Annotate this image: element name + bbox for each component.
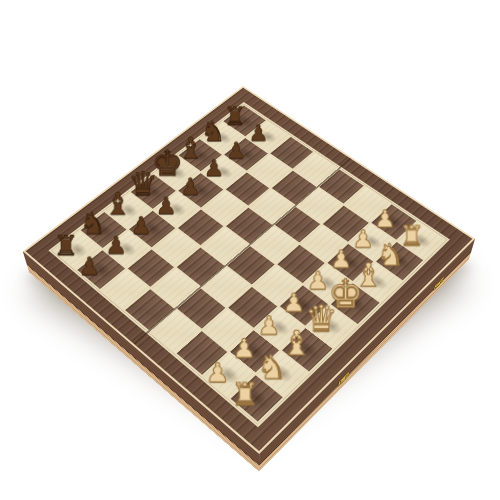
brass-latch-right [434,276,445,291]
playing-grid: ♜♟♟♜♞♟♟♞♝♟♟♝♚♟♟♚♛♟♟♛♝♟♟♝♞♟♟♞♜♟♟♜ [51,104,447,425]
board-frame: ♜♟♟♜♞♟♟♞♝♟♟♝♚♟♟♚♛♟♟♛♝♟♟♝♞♟♟♞♜♟♟♜ [23,86,475,454]
black-pawn-a7[interactable]: ♟ [73,254,107,279]
white-rook-a1[interactable]: ♜ [227,379,264,409]
product-photo-stage: ♜♟♟♜♞♟♟♞♝♟♟♝♚♟♟♚♛♟♟♛♝♟♟♝♞♟♟♞♜♟♟♜ [0,0,500,500]
brass-latch-left [338,371,349,387]
board-inner-border: ♜♟♟♜♞♟♟♞♝♟♟♝♚♟♟♚♛♟♟♛♝♟♟♝♞♟♟♞♜♟♟♜ [48,102,449,427]
chess-board: ♜♟♟♜♞♟♟♞♝♟♟♝♚♟♟♚♛♟♟♛♝♟♟♝♞♟♟♞♜♟♟♜ [23,86,475,454]
